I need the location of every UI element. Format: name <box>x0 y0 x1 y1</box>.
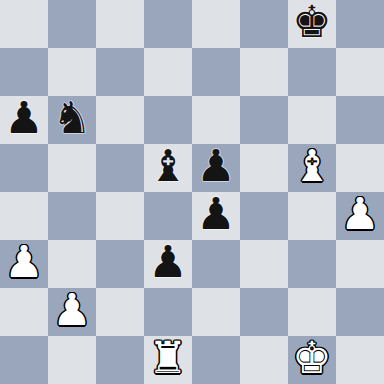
square-d8[interactable] <box>144 0 192 48</box>
square-c7[interactable] <box>96 48 144 96</box>
square-g3[interactable] <box>288 240 336 288</box>
square-h6[interactable] <box>336 96 384 144</box>
square-e4[interactable]: ♟ <box>192 192 240 240</box>
square-g1[interactable]: ♚ <box>288 336 336 384</box>
square-e5[interactable]: ♟ <box>192 144 240 192</box>
square-b1[interactable] <box>48 336 96 384</box>
square-f4[interactable] <box>240 192 288 240</box>
square-a4[interactable] <box>0 192 48 240</box>
square-b6[interactable]: ♞ <box>48 96 96 144</box>
square-h2[interactable] <box>336 288 384 336</box>
black-king-piece[interactable]: ♚ <box>292 0 331 46</box>
black-knight-piece[interactable]: ♞ <box>52 96 91 142</box>
square-h3[interactable] <box>336 240 384 288</box>
square-a5[interactable] <box>0 144 48 192</box>
white-pawn-piece[interactable]: ♟ <box>340 192 379 238</box>
square-f7[interactable] <box>240 48 288 96</box>
square-b4[interactable] <box>48 192 96 240</box>
square-h1[interactable] <box>336 336 384 384</box>
square-d7[interactable] <box>144 48 192 96</box>
square-g2[interactable] <box>288 288 336 336</box>
square-c6[interactable] <box>96 96 144 144</box>
white-pawn-piece[interactable]: ♟ <box>52 288 91 334</box>
square-e7[interactable] <box>192 48 240 96</box>
square-a7[interactable] <box>0 48 48 96</box>
square-f8[interactable] <box>240 0 288 48</box>
square-e3[interactable] <box>192 240 240 288</box>
white-rook-piece[interactable]: ♜ <box>148 336 187 382</box>
white-pawn-piece[interactable]: ♟ <box>4 240 43 286</box>
square-f5[interactable] <box>240 144 288 192</box>
square-f2[interactable] <box>240 288 288 336</box>
square-h7[interactable] <box>336 48 384 96</box>
square-a3[interactable]: ♟ <box>0 240 48 288</box>
black-bishop-piece[interactable]: ♝ <box>148 144 187 190</box>
square-g8[interactable]: ♚ <box>288 0 336 48</box>
square-b8[interactable] <box>48 0 96 48</box>
black-pawn-piece[interactable]: ♟ <box>4 96 43 142</box>
square-a1[interactable] <box>0 336 48 384</box>
square-f6[interactable] <box>240 96 288 144</box>
square-g7[interactable] <box>288 48 336 96</box>
square-b3[interactable] <box>48 240 96 288</box>
square-g4[interactable] <box>288 192 336 240</box>
square-h5[interactable] <box>336 144 384 192</box>
square-d3[interactable]: ♟ <box>144 240 192 288</box>
square-e2[interactable] <box>192 288 240 336</box>
square-d6[interactable] <box>144 96 192 144</box>
white-king-piece[interactable]: ♚ <box>292 336 331 382</box>
square-a8[interactable] <box>0 0 48 48</box>
square-b5[interactable] <box>48 144 96 192</box>
square-e6[interactable] <box>192 96 240 144</box>
black-pawn-piece[interactable]: ♟ <box>196 192 235 238</box>
square-a6[interactable]: ♟ <box>0 96 48 144</box>
square-e8[interactable] <box>192 0 240 48</box>
square-h4[interactable]: ♟ <box>336 192 384 240</box>
square-f3[interactable] <box>240 240 288 288</box>
square-c1[interactable] <box>96 336 144 384</box>
chess-board: ♚♟♞♝♟♝♟♟♟♟♟♜♚ <box>0 0 384 384</box>
square-c8[interactable] <box>96 0 144 48</box>
square-c3[interactable] <box>96 240 144 288</box>
black-pawn-piece[interactable]: ♟ <box>196 144 235 190</box>
square-d4[interactable] <box>144 192 192 240</box>
square-b2[interactable]: ♟ <box>48 288 96 336</box>
square-b7[interactable] <box>48 48 96 96</box>
square-g6[interactable] <box>288 96 336 144</box>
black-pawn-piece[interactable]: ♟ <box>148 240 187 286</box>
square-d5[interactable]: ♝ <box>144 144 192 192</box>
square-c4[interactable] <box>96 192 144 240</box>
square-a2[interactable] <box>0 288 48 336</box>
square-d1[interactable]: ♜ <box>144 336 192 384</box>
square-e1[interactable] <box>192 336 240 384</box>
square-d2[interactable] <box>144 288 192 336</box>
square-c5[interactable] <box>96 144 144 192</box>
white-bishop-piece[interactable]: ♝ <box>292 144 331 190</box>
square-f1[interactable] <box>240 336 288 384</box>
square-h8[interactable] <box>336 0 384 48</box>
square-c2[interactable] <box>96 288 144 336</box>
square-g5[interactable]: ♝ <box>288 144 336 192</box>
